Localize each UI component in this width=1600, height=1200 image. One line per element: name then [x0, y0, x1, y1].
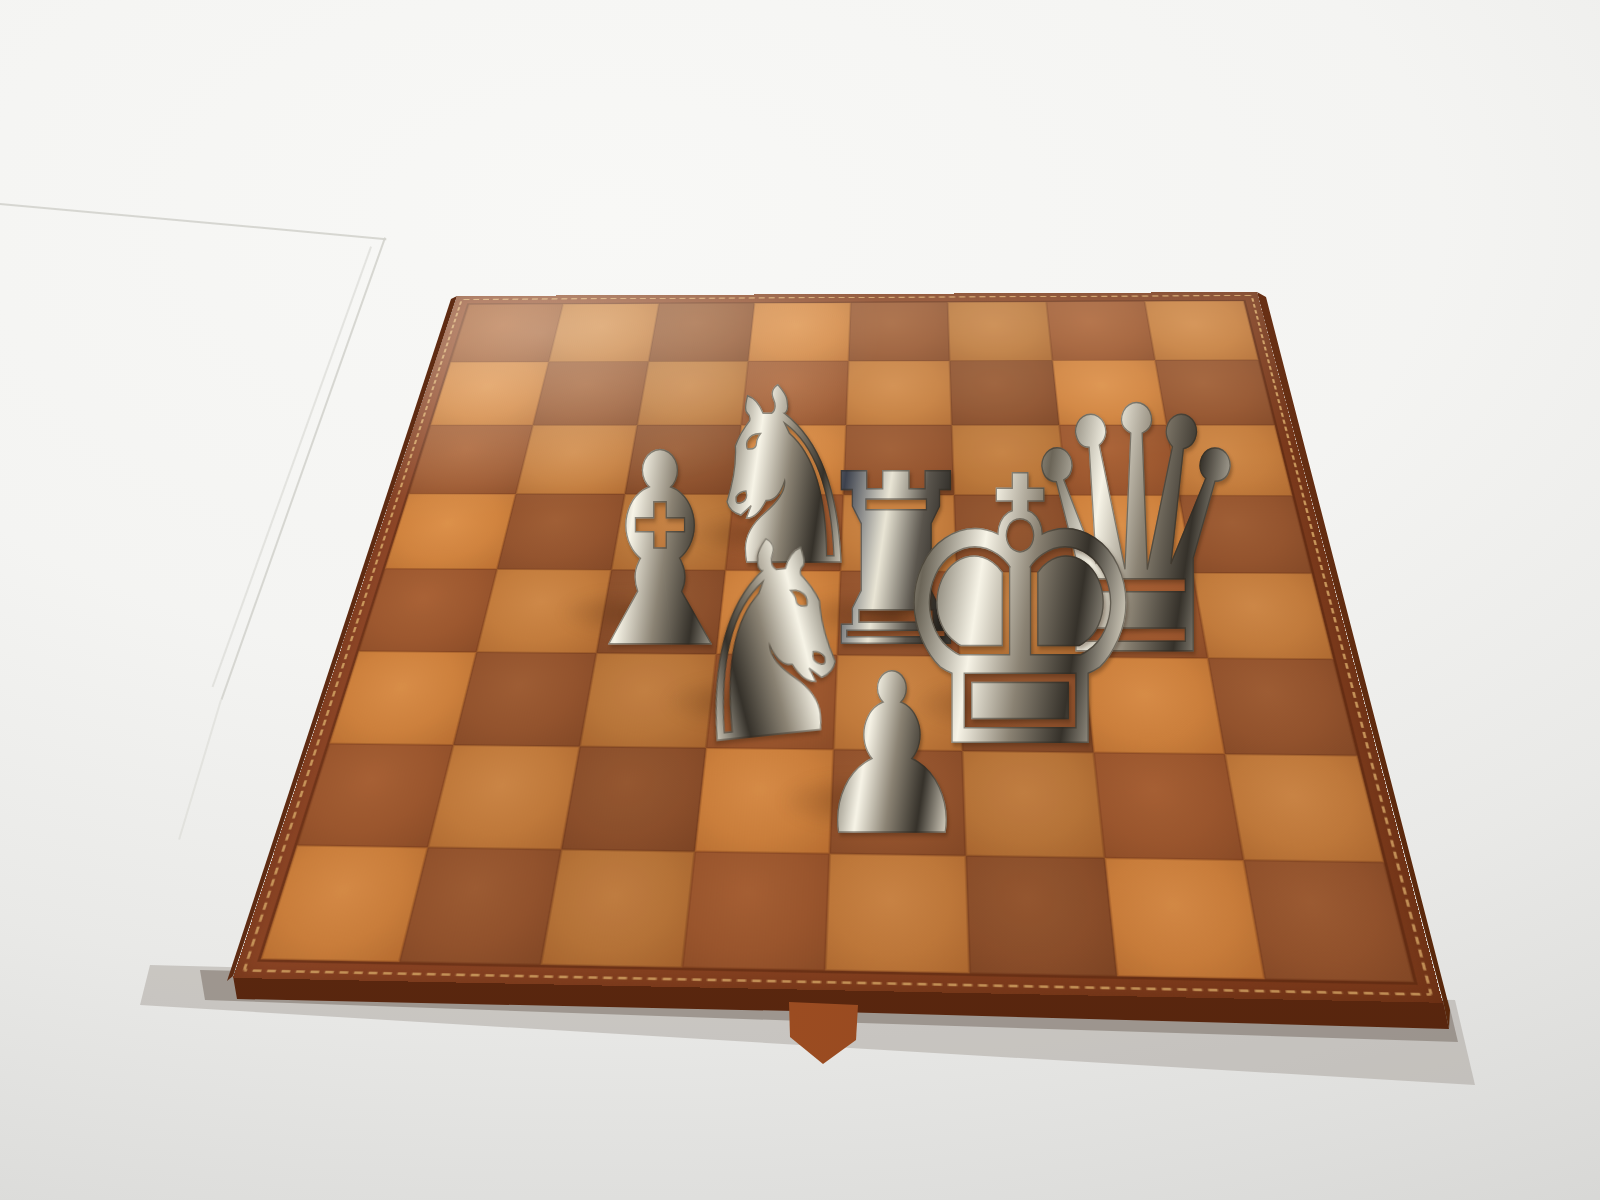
square-c1[interactable]: [540, 849, 695, 967]
square-h2[interactable]: [1224, 754, 1383, 862]
square-b2[interactable]: [428, 745, 579, 850]
square-a7[interactable]: [431, 362, 549, 425]
square-a8[interactable]: [451, 304, 564, 362]
square-b1[interactable]: [400, 847, 561, 965]
square-b8[interactable]: [549, 304, 659, 362]
square-g1[interactable]: [1104, 858, 1264, 980]
piece-pawn-e2[interactable]: ♟: [811, 646, 973, 867]
square-a6[interactable]: [409, 425, 533, 494]
square-d1[interactable]: [682, 851, 830, 970]
square-a5[interactable]: [385, 493, 516, 569]
scene: ♞♝♜♛♞♚♟: [0, 0, 1600, 1200]
square-f1[interactable]: [966, 855, 1116, 976]
